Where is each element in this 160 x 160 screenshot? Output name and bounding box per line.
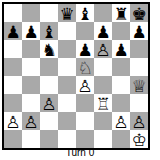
square-a7[interactable]: ♟ [4, 22, 22, 40]
square-e3[interactable] [76, 94, 94, 112]
square-h8[interactable]: ♚ [130, 4, 148, 22]
piece-black-queen[interactable]: ♛ [59, 5, 74, 23]
square-e4[interactable]: ♙ [76, 76, 94, 94]
square-f8[interactable] [94, 4, 112, 22]
square-g4[interactable] [112, 76, 130, 94]
square-b2[interactable]: ♙ [22, 112, 40, 130]
piece-white-knight[interactable]: ♘ [77, 59, 92, 77]
square-f4[interactable] [94, 76, 112, 94]
square-e1[interactable] [76, 130, 94, 148]
square-d2[interactable] [58, 112, 76, 130]
square-a1[interactable] [4, 130, 22, 148]
square-c4[interactable] [40, 76, 58, 94]
square-d5[interactable] [58, 58, 76, 76]
square-d1[interactable] [58, 130, 76, 148]
square-g7[interactable] [112, 22, 130, 40]
square-f1[interactable] [94, 130, 112, 148]
piece-white-king[interactable]: ♔ [131, 131, 146, 149]
square-e7[interactable] [76, 22, 94, 40]
square-d4[interactable] [58, 76, 76, 94]
square-h4[interactable]: ♕ [130, 76, 148, 94]
chess-board: ♛♝♜♚♟♟♝♟♟♞♟♙♟♘♙♕♙♖♙♙♙♙♔ [2, 2, 150, 150]
square-a8[interactable] [4, 4, 22, 22]
square-b5[interactable] [22, 58, 40, 76]
square-g2[interactable]: ♙ [112, 112, 130, 130]
square-a6[interactable] [4, 40, 22, 58]
piece-white-pawn[interactable]: ♙ [131, 113, 146, 131]
square-g5[interactable] [112, 58, 130, 76]
square-b8[interactable] [22, 4, 40, 22]
square-c2[interactable] [40, 112, 58, 130]
square-d8[interactable]: ♛ [58, 4, 76, 22]
piece-white-pawn[interactable]: ♙ [77, 77, 92, 95]
square-f2[interactable] [94, 112, 112, 130]
piece-black-pawn[interactable]: ♟ [95, 23, 110, 41]
square-h5[interactable] [130, 58, 148, 76]
square-c7[interactable]: ♝ [40, 22, 58, 40]
square-f5[interactable] [94, 58, 112, 76]
square-e8[interactable]: ♝ [76, 4, 94, 22]
square-a4[interactable] [4, 76, 22, 94]
square-h7[interactable]: ♟ [130, 22, 148, 40]
square-b6[interactable] [22, 40, 40, 58]
square-d3[interactable] [58, 94, 76, 112]
square-e2[interactable] [76, 112, 94, 130]
square-e5[interactable]: ♘ [76, 58, 94, 76]
square-g3[interactable] [112, 94, 130, 112]
piece-black-bishop[interactable]: ♝ [41, 23, 56, 41]
square-c8[interactable] [40, 4, 58, 22]
square-f6[interactable]: ♙ [94, 40, 112, 58]
square-g6[interactable]: ♟ [112, 40, 130, 58]
piece-white-pawn[interactable]: ♙ [23, 113, 38, 131]
square-d6[interactable] [58, 40, 76, 58]
square-b3[interactable] [22, 94, 40, 112]
square-b4[interactable] [22, 76, 40, 94]
square-h3[interactable] [130, 94, 148, 112]
piece-black-pawn[interactable]: ♟ [113, 41, 128, 59]
square-f7[interactable]: ♟ [94, 22, 112, 40]
square-c3[interactable]: ♙ [40, 94, 58, 112]
piece-black-pawn[interactable]: ♟ [77, 41, 92, 59]
square-c6[interactable]: ♞ [40, 40, 58, 58]
piece-white-rook[interactable]: ♖ [95, 95, 110, 113]
square-h1[interactable]: ♔ [130, 130, 148, 148]
piece-black-pawn[interactable]: ♟ [23, 23, 38, 41]
piece-white-queen[interactable]: ♕ [131, 77, 146, 95]
square-g1[interactable] [112, 130, 130, 148]
square-h2[interactable]: ♙ [130, 112, 148, 130]
square-c1[interactable] [40, 130, 58, 148]
piece-black-king[interactable]: ♚ [131, 5, 146, 23]
square-d7[interactable] [58, 22, 76, 40]
square-f3[interactable]: ♖ [94, 94, 112, 112]
piece-white-pawn[interactable]: ♙ [113, 113, 128, 131]
square-b1[interactable] [22, 130, 40, 148]
square-e6[interactable]: ♟ [76, 40, 94, 58]
piece-black-pawn[interactable]: ♟ [131, 23, 146, 41]
piece-black-pawn[interactable]: ♟ [5, 23, 20, 41]
turn-indicator: Turn 0 [0, 147, 160, 158]
square-g8[interactable]: ♜ [112, 4, 130, 22]
piece-white-pawn[interactable]: ♙ [41, 95, 56, 113]
piece-white-pawn[interactable]: ♙ [95, 41, 110, 59]
square-a5[interactable] [4, 58, 22, 76]
piece-black-rook[interactable]: ♜ [113, 5, 128, 23]
square-c5[interactable] [40, 58, 58, 76]
square-h6[interactable] [130, 40, 148, 58]
piece-black-knight[interactable]: ♞ [41, 41, 56, 59]
piece-black-bishop[interactable]: ♝ [77, 5, 92, 23]
square-a2[interactable]: ♙ [4, 112, 22, 130]
square-b7[interactable]: ♟ [22, 22, 40, 40]
piece-white-pawn[interactable]: ♙ [5, 113, 20, 131]
square-a3[interactable] [4, 94, 22, 112]
